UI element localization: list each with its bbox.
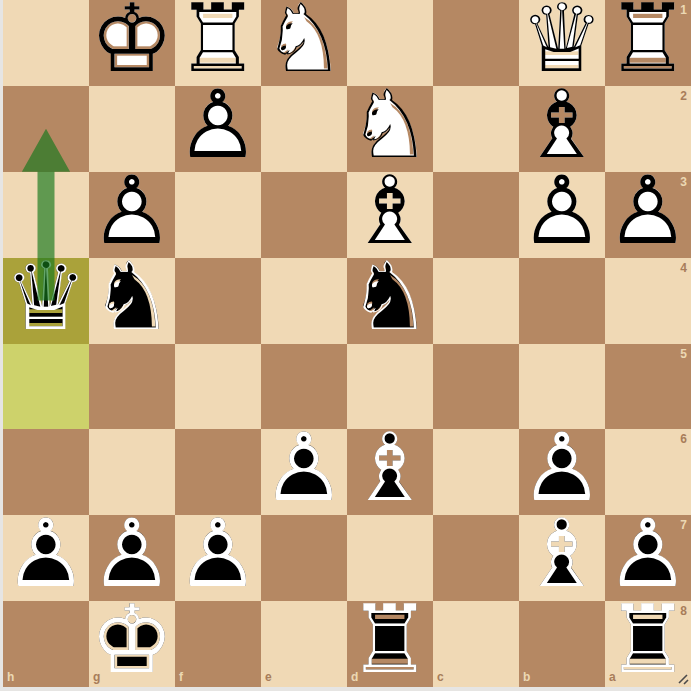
square-e8[interactable]: e [261, 601, 347, 687]
square-e2[interactable] [261, 86, 347, 172]
square-d1[interactable] [347, 0, 433, 86]
square-c8[interactable]: c [433, 601, 519, 687]
piece-outline-glyph: ♙ [4, 507, 88, 601]
black-rook-d8[interactable]: ♜♖ [347, 601, 433, 687]
square-d2[interactable]: ♞♘ [347, 86, 433, 172]
piece-outline-glyph: ♗ [520, 507, 604, 601]
piece-fill-glyph: ♟ [520, 422, 604, 516]
piece-fill-glyph: ♚ [90, 593, 174, 687]
piece-fill-glyph: ♟ [176, 507, 260, 601]
piece-fill-glyph: ♟ [606, 164, 690, 258]
piece-outline-glyph: ♖ [176, 0, 260, 86]
square-f4[interactable] [175, 258, 261, 344]
file-label-f: f [179, 671, 183, 683]
board-resize-handle-icon[interactable] [674, 670, 690, 686]
square-a2[interactable]: 2 [605, 86, 691, 172]
piece-fill-glyph: ♞ [348, 78, 432, 172]
file-label-b: b [523, 671, 530, 683]
piece-outline-glyph: ♔ [90, 593, 174, 687]
file-label-c: c [437, 671, 444, 683]
piece-fill-glyph: ♞ [90, 250, 174, 344]
piece-outline-glyph: ♙ [90, 164, 174, 258]
piece-outline-glyph: ♙ [176, 507, 260, 601]
square-b1[interactable]: ♛♕ [519, 0, 605, 86]
square-c1[interactable] [433, 0, 519, 86]
square-h4[interactable]: ♛♕ [3, 258, 89, 344]
black-bishop-b7[interactable]: ♝♗ [519, 515, 605, 601]
white-pawn-f2[interactable]: ♟♙ [175, 86, 261, 172]
square-c2[interactable] [433, 86, 519, 172]
square-e4[interactable] [261, 258, 347, 344]
square-f8[interactable]: f [175, 601, 261, 687]
square-f3[interactable] [175, 172, 261, 258]
piece-fill-glyph: ♜ [348, 593, 432, 687]
page-background: ♚♔♜♖♞♘♛♕1♜♖♟♙♞♘♝♗2♟♙♝♗♟♙3♟♙♛♕♞♘♞♘45♟♙♝♗♟… [0, 0, 691, 691]
piece-outline-glyph: ♙ [520, 422, 604, 516]
square-h8[interactable]: h [3, 601, 89, 687]
square-h5[interactable] [3, 344, 89, 430]
square-g3[interactable]: ♟♙ [89, 172, 175, 258]
piece-outline-glyph: ♙ [520, 164, 604, 258]
piece-fill-glyph: ♜ [606, 0, 690, 86]
piece-outline-glyph: ♖ [606, 0, 690, 86]
piece-outline-glyph: ♙ [262, 422, 346, 516]
square-e7[interactable] [261, 515, 347, 601]
square-b5[interactable] [519, 344, 605, 430]
black-pawn-e6[interactable]: ♟♙ [261, 429, 347, 515]
square-c5[interactable] [433, 344, 519, 430]
square-a4[interactable]: 4 [605, 258, 691, 344]
square-c3[interactable] [433, 172, 519, 258]
square-h2[interactable] [3, 86, 89, 172]
file-label-e: e [265, 671, 272, 683]
white-knight-d2[interactable]: ♞♘ [347, 86, 433, 172]
piece-outline-glyph: ♘ [348, 250, 432, 344]
black-pawn-b6[interactable]: ♟♙ [519, 429, 605, 515]
piece-outline-glyph: ♙ [606, 507, 690, 601]
piece-fill-glyph: ♞ [262, 0, 346, 86]
black-pawn-h7[interactable]: ♟♙ [3, 515, 89, 601]
piece-fill-glyph: ♜ [176, 0, 260, 86]
black-knight-d4[interactable]: ♞♘ [347, 258, 433, 344]
piece-outline-glyph: ♗ [348, 422, 432, 516]
rank-label-2: 2 [680, 90, 687, 102]
piece-outline-glyph: ♕ [520, 0, 604, 86]
piece-outline-glyph: ♙ [90, 507, 174, 601]
chess-board[interactable]: ♚♔♜♖♞♘♛♕1♜♖♟♙♞♘♝♗2♟♙♝♗♟♙3♟♙♛♕♞♘♞♘45♟♙♝♗♟… [3, 0, 691, 687]
piece-outline-glyph: ♗ [348, 164, 432, 258]
white-rook-a1[interactable]: ♜♖ [605, 0, 691, 86]
black-pawn-g7[interactable]: ♟♙ [89, 515, 175, 601]
square-a7[interactable]: 7♟♙ [605, 515, 691, 601]
rank-label-6: 6 [680, 433, 687, 445]
square-a5[interactable]: 5 [605, 344, 691, 430]
black-pawn-a7[interactable]: ♟♙ [605, 515, 691, 601]
black-bishop-d6[interactable]: ♝♗ [347, 429, 433, 515]
white-bishop-d3[interactable]: ♝♗ [347, 172, 433, 258]
square-b4[interactable] [519, 258, 605, 344]
piece-fill-glyph: ♝ [520, 507, 604, 601]
square-g7[interactable]: ♟♙ [89, 515, 175, 601]
white-knight-e1[interactable]: ♞♘ [261, 0, 347, 86]
square-h1[interactable] [3, 0, 89, 86]
square-d4[interactable]: ♞♘ [347, 258, 433, 344]
piece-outline-glyph: ♙ [176, 78, 260, 172]
piece-outline-glyph: ♗ [520, 78, 604, 172]
square-g6[interactable] [89, 429, 175, 515]
square-g4[interactable]: ♞♘ [89, 258, 175, 344]
square-h6[interactable] [3, 429, 89, 515]
piece-outline-glyph: ♕ [4, 250, 88, 344]
square-g2[interactable] [89, 86, 175, 172]
piece-fill-glyph: ♛ [520, 0, 604, 86]
square-e1[interactable]: ♞♘ [261, 0, 347, 86]
piece-fill-glyph: ♟ [4, 507, 88, 601]
square-b2[interactable]: ♝♗ [519, 86, 605, 172]
square-e6[interactable]: ♟♙ [261, 429, 347, 515]
square-e5[interactable] [261, 344, 347, 430]
square-d3[interactable]: ♝♗ [347, 172, 433, 258]
file-label-h: h [7, 671, 14, 683]
piece-fill-glyph: ♟ [90, 507, 174, 601]
square-c7[interactable] [433, 515, 519, 601]
square-d8[interactable]: d♜♖ [347, 601, 433, 687]
black-knight-g4[interactable]: ♞♘ [89, 258, 175, 344]
piece-outline-glyph: ♖ [348, 593, 432, 687]
square-h7[interactable]: ♟♙ [3, 515, 89, 601]
white-rook-f1[interactable]: ♜♖ [175, 0, 261, 86]
piece-fill-glyph: ♟ [176, 78, 260, 172]
piece-fill-glyph: ♟ [262, 422, 346, 516]
piece-outline-glyph: ♔ [90, 0, 174, 86]
piece-fill-glyph: ♟ [606, 507, 690, 601]
square-g8[interactable]: g♚♔ [89, 601, 175, 687]
rank-label-4: 4 [680, 262, 687, 274]
white-king-g1[interactable]: ♚♔ [89, 0, 175, 86]
piece-outline-glyph: ♙ [606, 164, 690, 258]
piece-outline-glyph: ♘ [348, 78, 432, 172]
piece-fill-glyph: ♛ [4, 250, 88, 344]
square-a3[interactable]: 3♟♙ [605, 172, 691, 258]
white-pawn-b3[interactable]: ♟♙ [519, 172, 605, 258]
square-d7[interactable] [347, 515, 433, 601]
square-f1[interactable]: ♜♖ [175, 0, 261, 86]
white-bishop-b2[interactable]: ♝♗ [519, 86, 605, 172]
square-f6[interactable] [175, 429, 261, 515]
square-f5[interactable] [175, 344, 261, 430]
square-b8[interactable]: b [519, 601, 605, 687]
square-g1[interactable]: ♚♔ [89, 0, 175, 86]
piece-outline-glyph: ♘ [90, 250, 174, 344]
square-c6[interactable] [433, 429, 519, 515]
black-king-g8[interactable]: ♚♔ [89, 601, 175, 687]
black-queen-h4[interactable]: ♛♕ [3, 258, 89, 344]
white-pawn-g3[interactable]: ♟♙ [89, 172, 175, 258]
piece-fill-glyph: ♝ [520, 78, 604, 172]
black-pawn-f7[interactable]: ♟♙ [175, 515, 261, 601]
piece-fill-glyph: ♟ [90, 164, 174, 258]
square-f7[interactable]: ♟♙ [175, 515, 261, 601]
square-b3[interactable]: ♟♙ [519, 172, 605, 258]
piece-fill-glyph: ♞ [348, 250, 432, 344]
piece-outline-glyph: ♘ [262, 0, 346, 86]
piece-fill-glyph: ♟ [520, 164, 604, 258]
square-d5[interactable] [347, 344, 433, 430]
white-queen-b1[interactable]: ♛♕ [519, 0, 605, 86]
square-h3[interactable] [3, 172, 89, 258]
rank-label-5: 5 [680, 348, 687, 360]
white-pawn-a3[interactable]: ♟♙ [605, 172, 691, 258]
piece-fill-glyph: ♝ [348, 422, 432, 516]
square-a1[interactable]: 1♜♖ [605, 0, 691, 86]
square-b6[interactable]: ♟♙ [519, 429, 605, 515]
square-g5[interactable] [89, 344, 175, 430]
square-c4[interactable] [433, 258, 519, 344]
square-d6[interactable]: ♝♗ [347, 429, 433, 515]
piece-fill-glyph: ♚ [90, 0, 174, 86]
square-e3[interactable] [261, 172, 347, 258]
square-b7[interactable]: ♝♗ [519, 515, 605, 601]
square-f2[interactable]: ♟♙ [175, 86, 261, 172]
piece-fill-glyph: ♝ [348, 164, 432, 258]
square-a6[interactable]: 6 [605, 429, 691, 515]
